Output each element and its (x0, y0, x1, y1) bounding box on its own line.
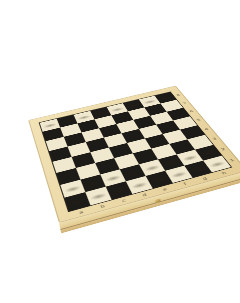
chess-board: abcdefgh 87654321 ♜♞♝♛♚♝♞♜♟♟♟♟♟♟♟♟♜♞♝♛♚♝… (28, 86, 240, 223)
rook-glyph: ♜ (66, 175, 90, 201)
rook-glyph: ♜ (40, 104, 59, 125)
bishop-glyph: ♝ (108, 167, 129, 191)
perspective-stage: abcdefgh 87654321 ♜♞♝♛♚♝♞♜♟♟♟♟♟♟♟♟♜♞♝♛♚♝… (31, 47, 222, 238)
bishop-glyph: ♝ (75, 98, 92, 117)
chess-set-product-photo: abcdefgh 87654321 ♜♞♝♛♚♝♞♜♟♟♟♟♟♟♟♟♜♞♝♛♚♝… (0, 0, 240, 303)
knight-glyph: ♞ (140, 80, 159, 101)
clasp-icon (154, 198, 160, 203)
knight-glyph: ♞ (57, 99, 77, 121)
